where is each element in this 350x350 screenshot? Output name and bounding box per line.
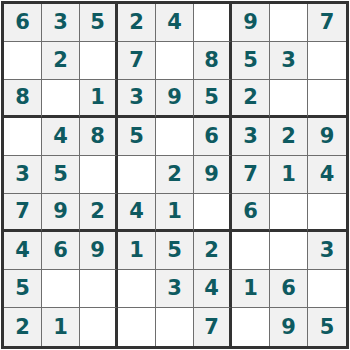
cell-r8c9[interactable] (308, 270, 346, 308)
cell-r8c8[interactable]: 6 (270, 270, 308, 308)
cell-r9c8[interactable]: 9 (270, 308, 308, 346)
cell-r3c7[interactable]: 2 (232, 80, 270, 118)
cell-r9c7[interactable] (232, 308, 270, 346)
cell-r2c7[interactable]: 5 (232, 42, 270, 80)
cell-r2c6[interactable]: 8 (194, 42, 232, 80)
cell-r9c1[interactable]: 2 (4, 308, 42, 346)
cell-r4c1[interactable] (4, 118, 42, 156)
cell-r7c2[interactable]: 6 (42, 232, 80, 270)
cell-r7c9[interactable]: 3 (308, 232, 346, 270)
cell-r5c6[interactable]: 9 (194, 156, 232, 194)
cell-r3c1[interactable]: 8 (4, 80, 42, 118)
cell-r6c1[interactable]: 7 (4, 194, 42, 232)
cell-r5c7[interactable]: 7 (232, 156, 270, 194)
cell-r3c9[interactable] (308, 80, 346, 118)
cell-r6c9[interactable] (308, 194, 346, 232)
cell-r7c6[interactable]: 2 (194, 232, 232, 270)
cell-r7c1[interactable]: 4 (4, 232, 42, 270)
cell-r9c4[interactable] (118, 308, 156, 346)
cell-r7c7[interactable] (232, 232, 270, 270)
cell-r6c5[interactable]: 1 (156, 194, 194, 232)
cell-r6c8[interactable] (270, 194, 308, 232)
cell-r1c8[interactable] (270, 4, 308, 42)
cell-r2c3[interactable] (80, 42, 118, 80)
cell-r5c2[interactable]: 5 (42, 156, 80, 194)
cell-r8c6[interactable]: 4 (194, 270, 232, 308)
cell-r5c8[interactable]: 1 (270, 156, 308, 194)
cell-r8c1[interactable]: 5 (4, 270, 42, 308)
cell-r3c5[interactable]: 9 (156, 80, 194, 118)
cell-r3c2[interactable] (42, 80, 80, 118)
cell-r4c7[interactable]: 3 (232, 118, 270, 156)
cell-r1c5[interactable]: 4 (156, 4, 194, 42)
cell-r6c3[interactable]: 2 (80, 194, 118, 232)
cell-r1c9[interactable]: 7 (308, 4, 346, 42)
cell-r4c6[interactable]: 6 (194, 118, 232, 156)
cell-r8c4[interactable] (118, 270, 156, 308)
cell-r5c4[interactable] (118, 156, 156, 194)
cell-r2c9[interactable] (308, 42, 346, 80)
cell-r1c7[interactable]: 9 (232, 4, 270, 42)
cell-r3c3[interactable]: 1 (80, 80, 118, 118)
cell-r9c6[interactable]: 7 (194, 308, 232, 346)
cell-r4c5[interactable] (156, 118, 194, 156)
cell-r3c6[interactable]: 5 (194, 80, 232, 118)
cell-r1c1[interactable]: 6 (4, 4, 42, 42)
sudoku-board: 6352497278538139524856329352971479241646… (1, 1, 349, 349)
cell-r4c2[interactable]: 4 (42, 118, 80, 156)
cell-r7c3[interactable]: 9 (80, 232, 118, 270)
cell-r5c3[interactable] (80, 156, 118, 194)
cell-r4c4[interactable]: 5 (118, 118, 156, 156)
cell-r5c9[interactable]: 4 (308, 156, 346, 194)
cell-r4c9[interactable]: 9 (308, 118, 346, 156)
cell-r2c1[interactable] (4, 42, 42, 80)
cell-r2c4[interactable]: 7 (118, 42, 156, 80)
cell-r6c6[interactable] (194, 194, 232, 232)
cell-r9c5[interactable] (156, 308, 194, 346)
cell-r1c6[interactable] (194, 4, 232, 42)
cell-r7c4[interactable]: 1 (118, 232, 156, 270)
cell-r5c5[interactable]: 2 (156, 156, 194, 194)
cell-r7c5[interactable]: 5 (156, 232, 194, 270)
cell-r1c4[interactable]: 2 (118, 4, 156, 42)
cell-r6c7[interactable]: 6 (232, 194, 270, 232)
cell-r1c2[interactable]: 3 (42, 4, 80, 42)
cell-r5c1[interactable]: 3 (4, 156, 42, 194)
cell-r2c8[interactable]: 3 (270, 42, 308, 80)
cell-r6c4[interactable]: 4 (118, 194, 156, 232)
cell-r9c3[interactable] (80, 308, 118, 346)
cell-r9c2[interactable]: 1 (42, 308, 80, 346)
cell-r8c3[interactable] (80, 270, 118, 308)
cell-r1c3[interactable]: 5 (80, 4, 118, 42)
cell-r3c4[interactable]: 3 (118, 80, 156, 118)
cell-r8c7[interactable]: 1 (232, 270, 270, 308)
cell-r9c9[interactable]: 5 (308, 308, 346, 346)
cell-r7c8[interactable] (270, 232, 308, 270)
cell-r2c5[interactable] (156, 42, 194, 80)
cell-r4c3[interactable]: 8 (80, 118, 118, 156)
cell-r3c8[interactable] (270, 80, 308, 118)
cell-r2c2[interactable]: 2 (42, 42, 80, 80)
cell-r8c5[interactable]: 3 (156, 270, 194, 308)
cell-r4c8[interactable]: 2 (270, 118, 308, 156)
cell-r8c2[interactable] (42, 270, 80, 308)
cell-r6c2[interactable]: 9 (42, 194, 80, 232)
